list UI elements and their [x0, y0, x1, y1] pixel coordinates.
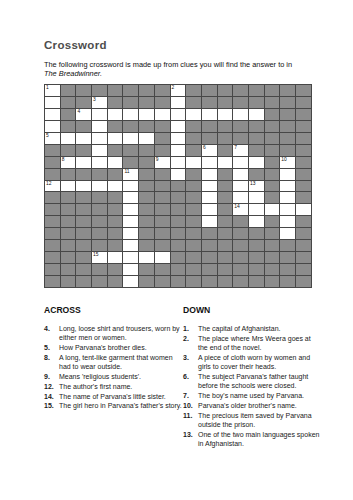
grid-cell-block: [218, 145, 234, 157]
grid-cell-block: [108, 240, 124, 252]
grid-cell-block: [265, 276, 281, 288]
grid-cell-block: [155, 97, 171, 109]
clue-item: 3.A piece of cloth worn by women and gir…: [183, 353, 321, 372]
grid-cell-block: [76, 240, 92, 252]
cell-number: 4: [77, 109, 80, 115]
grid-cell-block: [186, 228, 202, 240]
grid-cell-block: [265, 240, 281, 252]
grid-cell-block: [171, 192, 187, 204]
grid-cell-block: [155, 181, 171, 193]
grid-cell-block: [139, 204, 155, 216]
grid-cell-block: [202, 133, 218, 145]
clue-number: 6.: [183, 372, 198, 391]
grid-cell-block: [249, 121, 265, 133]
clue-item: 5.How Parvana's brother dies.: [44, 343, 182, 352]
grid-cell-block: [76, 276, 92, 288]
grid-cell-block: [45, 228, 61, 240]
clue-text: A piece of cloth worn by women and girls…: [198, 353, 321, 372]
grid-cell-open[interactable]: 13: [249, 181, 265, 193]
grid-cell-open[interactable]: 5: [45, 133, 61, 145]
clue-text: Long, loose shirt and trousers, worn by …: [59, 324, 182, 343]
grid-cell-block: [296, 169, 312, 181]
grid-cell-open[interactable]: [92, 145, 108, 157]
grid-cell-block: [171, 264, 187, 276]
grid-cell-block: [296, 109, 312, 121]
clue-text: The name of Parvana's little sister.: [59, 392, 182, 401]
grid-cell-block: [296, 240, 312, 252]
grid-cell-block: [139, 276, 155, 288]
clue-item: 8.A long, tent-like garment that women h…: [44, 353, 182, 372]
grid-cell-open[interactable]: [171, 133, 187, 145]
page-title: Crossword: [44, 39, 107, 51]
grid-cell-block: [61, 192, 77, 204]
grid-cell-open[interactable]: [280, 181, 296, 193]
grid-cell-open[interactable]: [280, 204, 296, 216]
grid-cell-block: [218, 121, 234, 133]
grid-cell-open[interactable]: [123, 181, 139, 193]
grid-cell-open[interactable]: [186, 109, 202, 121]
grid-cell-block: [218, 228, 234, 240]
clue-text: Parvana's older brother's name.: [198, 401, 321, 410]
grid-cell-block: [202, 97, 218, 109]
grid-cell-open[interactable]: [61, 181, 77, 193]
grid-cell-open[interactable]: 14: [233, 204, 249, 216]
grid-cell-block: [265, 228, 281, 240]
clue-number: 11.: [183, 411, 198, 430]
grid-cell-block: [61, 97, 77, 109]
grid-cell-block: [45, 252, 61, 264]
clue-item: 2.The place where Mrs Weera goes at the …: [183, 334, 321, 353]
grid-cell-block: [233, 121, 249, 133]
grid-cell-open[interactable]: [123, 228, 139, 240]
grid-cell-open[interactable]: [249, 216, 265, 228]
cell-number: 15: [93, 252, 98, 258]
grid-cell-open[interactable]: [61, 133, 77, 145]
clue-item: 11.The precious item saved by Parvana ou…: [183, 411, 321, 430]
grid-cell-open[interactable]: [171, 157, 187, 169]
intro-text: The following crossword is made up from …: [44, 60, 324, 79]
grid-cell-block: [108, 276, 124, 288]
grid-cell-block: [155, 133, 171, 145]
grid-cell-block: [280, 121, 296, 133]
grid-cell-block: [171, 276, 187, 288]
grid-cell-block: [45, 157, 61, 169]
grid-cell-block: [233, 276, 249, 288]
clue-number: 15.: [44, 401, 59, 410]
grid-cell-block: [155, 216, 171, 228]
grid-cell-open[interactable]: [76, 133, 92, 145]
grid-cell-open[interactable]: [202, 181, 218, 193]
across-clues-section: ACROSS 4.Long, loose shirt and trousers,…: [44, 305, 182, 411]
grid-cell-open[interactable]: [45, 97, 61, 109]
grid-cell-open[interactable]: [171, 109, 187, 121]
clue-number: 5.: [44, 343, 59, 352]
grid-cell-open[interactable]: [139, 133, 155, 145]
grid-cell-open[interactable]: [76, 157, 92, 169]
grid-cell-block: [108, 145, 124, 157]
intro-line1: The following crossword is made up from …: [44, 60, 292, 69]
grid-cell-open[interactable]: 1: [45, 85, 61, 97]
grid-cell-block: [92, 216, 108, 228]
grid-cell-block: [139, 85, 155, 97]
cell-number: 7: [234, 145, 237, 151]
grid-cell-block: [280, 109, 296, 121]
clue-number: 9.: [44, 372, 59, 381]
grid-cell-block: [202, 240, 218, 252]
grid-cell-open[interactable]: [92, 157, 108, 169]
clue-number: 8.: [44, 353, 59, 372]
grid-cell-open[interactable]: 11: [123, 169, 139, 181]
grid-cell-open[interactable]: 7: [233, 145, 249, 157]
grid-cell-block: [171, 252, 187, 264]
grid-cell-block: [233, 240, 249, 252]
grid-cell-block: [92, 240, 108, 252]
grid-cell-open[interactable]: [249, 204, 265, 216]
clue-item: 4.Long, loose shirt and trousers, worn b…: [44, 324, 182, 343]
grid-cell-block: [45, 264, 61, 276]
grid-cell-block: [233, 252, 249, 264]
grid-cell-block: [233, 216, 249, 228]
grid-cell-block: [155, 85, 171, 97]
grid-cell-block: [233, 97, 249, 109]
grid-cell-block: [249, 252, 265, 264]
crossword-grid: 123456789101112131415: [44, 84, 312, 288]
grid-cell-block: [296, 145, 312, 157]
grid-cell-open[interactable]: [123, 109, 139, 121]
clue-number: 1.: [183, 324, 198, 333]
grid-cell-block: [186, 133, 202, 145]
clue-item: 7.The boy's name used by Parvana.: [183, 391, 321, 400]
grid-cell-block: [123, 157, 139, 169]
clue-number: 3.: [183, 353, 198, 372]
grid-cell-open[interactable]: [249, 109, 265, 121]
grid-cell-block: [45, 169, 61, 181]
grid-cell-open[interactable]: 8: [61, 157, 77, 169]
grid-cell-block: [139, 121, 155, 133]
grid-cell-block: [296, 85, 312, 97]
grid-cell-open[interactable]: [123, 264, 139, 276]
grid-cell-block: [265, 181, 281, 193]
cell-number: 14: [234, 204, 239, 210]
grid-cell-block: [296, 97, 312, 109]
grid-cell-block: [108, 169, 124, 181]
grid-cell-open[interactable]: [233, 169, 249, 181]
grid-cell-block: [92, 169, 108, 181]
grid-cell-open[interactable]: 3: [92, 97, 108, 109]
grid-cell-block: [186, 145, 202, 157]
grid-cell-block: [92, 276, 108, 288]
grid-cell-open[interactable]: [249, 192, 265, 204]
grid-cell-open[interactable]: [123, 133, 139, 145]
grid-cell-block: [218, 181, 234, 193]
grid-cell-open[interactable]: [108, 252, 124, 264]
grid-cell-open[interactable]: [249, 157, 265, 169]
grid-cell-open[interactable]: 15: [92, 252, 108, 264]
cell-number: 2: [172, 85, 175, 91]
grid-cell-block: [186, 181, 202, 193]
grid-cell-block: [155, 276, 171, 288]
cell-number: 3: [93, 97, 96, 103]
cell-number: 10: [281, 157, 286, 163]
grid-cell-block: [296, 181, 312, 193]
clue-item: 12.The author's first name.: [44, 382, 182, 391]
grid-cell-open[interactable]: [280, 228, 296, 240]
across-clue-list: 4.Long, loose shirt and trousers, worn b…: [44, 324, 182, 411]
cell-number: 9: [156, 157, 159, 163]
grid-cell-block: [218, 169, 234, 181]
grid-cell-open[interactable]: 10: [280, 157, 296, 169]
grid-cell-block: [61, 145, 77, 157]
grid-cell-block: [265, 216, 281, 228]
clue-text: The subject Parvana's father taught befo…: [198, 372, 321, 391]
cell-number: 8: [62, 157, 65, 163]
grid-cell-block: [296, 133, 312, 145]
clue-item: 14.The name of Parvana's little sister.: [44, 392, 182, 401]
grid-cell-block: [108, 216, 124, 228]
grid-cell-block: [61, 264, 77, 276]
grid-cell-open[interactable]: [92, 133, 108, 145]
grid-cell-block: [265, 264, 281, 276]
grid-cell-open[interactable]: [233, 157, 249, 169]
grid-cell-open[interactable]: [123, 204, 139, 216]
grid-cell-open[interactable]: [202, 216, 218, 228]
grid-cell-block: [218, 216, 234, 228]
grid-cell-open[interactable]: [123, 276, 139, 288]
grid-cell-block: [202, 228, 218, 240]
grid-cell-block: [296, 228, 312, 240]
grid-cell-open[interactable]: [92, 109, 108, 121]
clue-text: The capital of Afghanistan.: [198, 324, 321, 333]
grid-cell-open[interactable]: [186, 157, 202, 169]
grid-cell-block: [108, 121, 124, 133]
grid-cell-block: [155, 228, 171, 240]
clue-text: Means 'religious students'.: [59, 372, 182, 381]
grid-cell-block: [202, 85, 218, 97]
grid-cell-block: [92, 264, 108, 276]
grid-cell-block: [139, 157, 155, 169]
grid-cell-open[interactable]: [108, 181, 124, 193]
grid-cell-block: [296, 216, 312, 228]
grid-cell-block: [265, 109, 281, 121]
grid-cell-block: [249, 240, 265, 252]
grid-cell-block: [76, 145, 92, 157]
grid-cell-block: [155, 169, 171, 181]
grid-cell-block: [108, 264, 124, 276]
grid-cell-block: [249, 145, 265, 157]
grid-cell-block: [218, 276, 234, 288]
grid-cell-open[interactable]: [233, 181, 249, 193]
grid-cell-block: [61, 85, 77, 97]
grid-cell-open[interactable]: [218, 109, 234, 121]
cell-number: 11: [124, 169, 129, 175]
grid-cell-block: [202, 276, 218, 288]
grid-cell-open[interactable]: [123, 216, 139, 228]
grid-cell-block: [92, 204, 108, 216]
grid-cell-open[interactable]: [155, 109, 171, 121]
grid-cell-block: [139, 240, 155, 252]
grid-cell-block: [155, 264, 171, 276]
grid-cell-block: [265, 192, 281, 204]
grid-cell-block: [123, 97, 139, 109]
cell-number: 6: [203, 145, 206, 151]
grid-cell-block: [155, 145, 171, 157]
grid-cell-block: [280, 133, 296, 145]
grid-cell-block: [218, 204, 234, 216]
grid-cell-block: [139, 264, 155, 276]
grid-cell-open[interactable]: [296, 204, 312, 216]
grid-cell-open[interactable]: [139, 109, 155, 121]
grid-cell-open[interactable]: 2: [171, 85, 187, 97]
grid-cell-block: [265, 252, 281, 264]
grid-cell-block: [45, 240, 61, 252]
grid-cell-open[interactable]: [171, 97, 187, 109]
grid-cell-open[interactable]: [171, 169, 187, 181]
grid-cell-block: [249, 169, 265, 181]
clue-text: The boy's name used by Parvana.: [198, 391, 321, 400]
grid-cell-block: [186, 252, 202, 264]
grid-cell-open[interactable]: 4: [76, 109, 92, 121]
grid-cell-block: [233, 133, 249, 145]
grid-cell-block: [139, 181, 155, 193]
grid-cell-block: [139, 228, 155, 240]
grid-cell-block: [45, 192, 61, 204]
grid-cell-block: [171, 204, 187, 216]
grid-cell-block: [218, 192, 234, 204]
grid-cell-block: [186, 85, 202, 97]
grid-cell-block: [296, 157, 312, 169]
grid-cell-open[interactable]: [280, 169, 296, 181]
grid-cell-block: [155, 240, 171, 252]
grid-cell-open[interactable]: [92, 121, 108, 133]
intro-line2-book-title: The Breadwinner.: [44, 69, 102, 78]
grid-cell-block: [45, 276, 61, 288]
grid-cell-block: [155, 204, 171, 216]
grid-cell-block: [171, 181, 187, 193]
grid-cell-open[interactable]: [45, 121, 61, 133]
grid-cell-open[interactable]: [155, 252, 171, 264]
clue-item: 13.One of the two main languages spoken …: [183, 430, 321, 449]
grid-cell-block: [218, 252, 234, 264]
grid-cell-open[interactable]: [202, 109, 218, 121]
grid-cell-open[interactable]: 6: [202, 145, 218, 157]
clue-text: The precious item saved by Parvana outsi…: [198, 411, 321, 430]
clue-number: 13.: [183, 430, 198, 449]
grid-cell-block: [186, 97, 202, 109]
grid-cell-open[interactable]: 9: [155, 157, 171, 169]
grid-cell-block: [45, 145, 61, 157]
cell-number: 12: [46, 181, 51, 187]
clue-item: 15.The girl hero in Parvana's father's s…: [44, 401, 182, 410]
grid-cell-block: [76, 169, 92, 181]
grid-cell-open[interactable]: [280, 216, 296, 228]
grid-cell-open[interactable]: [108, 109, 124, 121]
cell-number: 13: [250, 181, 255, 187]
grid-cell-block: [280, 97, 296, 109]
grid-cell-block: [108, 97, 124, 109]
clue-number: 7.: [183, 391, 198, 400]
grid-cell-block: [186, 204, 202, 216]
grid-cell-block: [265, 133, 281, 145]
grid-cell-block: [92, 228, 108, 240]
grid-cell-block: [218, 85, 234, 97]
grid-cell-open[interactable]: [233, 192, 249, 204]
grid-cell-open[interactable]: [108, 133, 124, 145]
clue-number: 4.: [44, 324, 59, 343]
grid-cell-block: [76, 252, 92, 264]
grid-cell-open[interactable]: [76, 181, 92, 193]
clue-number: 10.: [183, 401, 198, 410]
grid-cell-block: [61, 204, 77, 216]
grid-cell-open[interactable]: [280, 192, 296, 204]
grid-cell-block: [186, 169, 202, 181]
grid-cell-open[interactable]: [202, 157, 218, 169]
grid-cell-open[interactable]: [202, 192, 218, 204]
grid-cell-block: [108, 228, 124, 240]
grid-cell-open[interactable]: [171, 145, 187, 157]
grid-cell-block: [249, 85, 265, 97]
grid-cell-block: [218, 97, 234, 109]
grid-cell-block: [61, 240, 77, 252]
grid-cell-block: [45, 216, 61, 228]
grid-cell-block: [76, 192, 92, 204]
grid-cell-open[interactable]: [265, 204, 281, 216]
grid-cell-block: [108, 204, 124, 216]
grid-cell-open[interactable]: [218, 157, 234, 169]
grid-cell-open[interactable]: [139, 252, 155, 264]
grid-cell-block: [265, 145, 281, 157]
grid-cell-block: [186, 240, 202, 252]
grid-cell-block: [296, 264, 312, 276]
grid-cell-open[interactable]: [233, 109, 249, 121]
grid-cell-block: [249, 228, 265, 240]
grid-cell-block: [280, 264, 296, 276]
grid-cell-block: [265, 169, 281, 181]
grid-cell-block: [233, 264, 249, 276]
grid-cell-open[interactable]: [123, 192, 139, 204]
grid-cell-block: [171, 240, 187, 252]
grid-cell-block: [265, 157, 281, 169]
grid-cell-open[interactable]: [45, 109, 61, 121]
grid-cell-open[interactable]: [202, 169, 218, 181]
grid-cell-block: [92, 85, 108, 97]
grid-cell-open[interactable]: [171, 121, 187, 133]
grid-cell-open[interactable]: [92, 181, 108, 193]
grid-cell-block: [76, 228, 92, 240]
grid-cell-open[interactable]: [123, 240, 139, 252]
grid-cell-block: [296, 252, 312, 264]
grid-cell-block: [76, 264, 92, 276]
clue-text: The girl hero in Parvana's father's stor…: [59, 401, 182, 410]
grid-cell-open[interactable]: [202, 204, 218, 216]
grid-cell-open[interactable]: [108, 157, 124, 169]
grid-cell-block: [76, 121, 92, 133]
grid-cell-block: [45, 204, 61, 216]
clue-text: How Parvana's brother dies.: [59, 343, 182, 352]
grid-cell-open[interactable]: 12: [45, 181, 61, 193]
clue-number: 2.: [183, 334, 198, 353]
clue-item: 10.Parvana's older brother's name.: [183, 401, 321, 410]
grid-cell-open[interactable]: [123, 252, 139, 264]
grid-cell-block: [108, 192, 124, 204]
grid-cell-block: [155, 121, 171, 133]
clue-number: 14.: [44, 392, 59, 401]
clue-item: 1.The capital of Afghanistan.: [183, 324, 321, 333]
grid-cell-block: [249, 276, 265, 288]
down-clue-list: 1.The capital of Afghanistan.2.The place…: [183, 324, 321, 448]
grid-cell-block: [139, 216, 155, 228]
grid-cell-block: [123, 121, 139, 133]
grid-cell-block: [280, 240, 296, 252]
